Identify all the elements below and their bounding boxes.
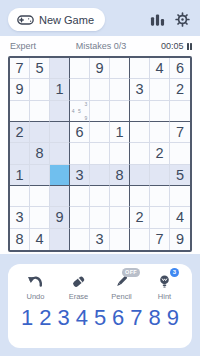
cell-r5c6[interactable] [110,143,130,164]
pause-icon[interactable] [187,43,193,50]
lightbulb-icon: 3 [157,273,172,289]
cell-r1c9[interactable]: 6 [170,58,190,79]
action-bar: Undo Erase [8,273,192,301]
numpad-8[interactable]: 8 [149,305,161,331]
cell-r8c5[interactable] [90,207,110,228]
numpad: 123456789 [8,301,192,331]
numpad-2[interactable]: 2 [39,305,51,331]
cell-r7c6[interactable] [110,186,130,207]
cell-r3c5[interactable] [90,101,110,122]
cell-r8c6[interactable] [110,207,130,228]
cell-r3c1[interactable] [10,101,30,122]
cell-r9c1[interactable]: 8 [10,229,30,250]
cell-r6c6[interactable]: 8 [110,165,130,186]
cell-r1c2[interactable]: 5 [30,58,50,79]
cell-r2c2[interactable] [30,79,50,100]
eraser-icon [71,273,86,289]
cell-r5c8[interactable]: 2 [150,143,170,164]
cell-r4c5[interactable] [90,122,110,143]
pencil-off-badge: OFF [122,268,140,277]
gamepad-icon [17,14,34,26]
cell-r3c4[interactable]: 3459 [70,101,90,122]
cell-r2c5[interactable] [90,79,110,100]
cell-r3c7[interactable] [130,101,150,122]
cell-r5c4[interactable] [70,143,90,164]
cell-r9c9[interactable]: 9 [170,229,190,250]
controls-card: Undo Erase [8,264,192,348]
top-bar: New Game [0,0,200,36]
timer: 00:05 [138,41,192,51]
hint-button[interactable]: 3 Hint [143,273,186,301]
cell-r2c4[interactable] [70,79,90,100]
cell-r7c1[interactable] [10,186,30,207]
cell-r6c3[interactable] [50,165,70,186]
cell-r6c2[interactable] [30,165,50,186]
cell-r6c8[interactable] [150,165,170,186]
cell-r4c1[interactable]: 2 [10,122,30,143]
cell-r3c3[interactable] [50,101,70,122]
cell-r2c7[interactable]: 3 [130,79,150,100]
cell-r1c3[interactable] [50,58,70,79]
numpad-7[interactable]: 7 [130,305,142,331]
numpad-3[interactable]: 3 [57,305,69,331]
cell-r7c8[interactable] [150,186,170,207]
cell-r2c9[interactable]: 2 [170,79,190,100]
numpad-6[interactable]: 6 [112,305,124,331]
new-game-button[interactable]: New Game [8,8,105,31]
cell-r6c1[interactable]: 1 [10,165,30,186]
cell-r9c6[interactable] [110,229,130,250]
cell-r8c4[interactable] [70,207,90,228]
cell-r9c5[interactable]: 3 [90,229,110,250]
cell-r4c9[interactable]: 7 [170,122,190,143]
cell-r8c9[interactable]: 4 [170,207,190,228]
new-game-label: New Game [39,14,94,26]
sudoku-app: New Game [0,0,200,348]
cell-r5c5[interactable] [90,143,110,164]
cell-r9c3[interactable] [50,229,70,250]
numpad-1[interactable]: 1 [21,305,33,331]
cell-r5c7[interactable] [130,143,150,164]
cell-r2c8[interactable] [150,79,170,100]
timer-value: 00:05 [161,41,184,51]
mistakes-counter: Mistakes 0/3 [64,41,139,51]
erase-label: Erase [69,292,89,301]
pencil-label: Pencil [111,292,131,301]
difficulty-label[interactable]: Expert [8,41,64,51]
undo-button[interactable]: Undo [14,273,57,301]
cell-r4c8[interactable] [150,122,170,143]
cell-r7c3[interactable] [50,186,70,207]
board-panel: Expert Mistakes 0/3 00:05 75946913234592… [0,36,200,254]
cell-r4c6[interactable]: 1 [110,122,130,143]
undo-arrow-icon [27,273,44,289]
cell-r1c6[interactable] [110,58,130,79]
sudoku-board: 75946913234592617821385392484379 [8,56,192,252]
cell-r9c8[interactable]: 7 [150,229,170,250]
cell-r3c8[interactable] [150,101,170,122]
cell-r7c9[interactable] [170,186,190,207]
cell-r4c2[interactable] [30,122,50,143]
cell-r1c8[interactable]: 4 [150,58,170,79]
status-bar: Expert Mistakes 0/3 00:05 [0,36,200,56]
cell-r8c7[interactable]: 2 [130,207,150,228]
cell-r6c5[interactable] [90,165,110,186]
cell-r3c2[interactable] [30,101,50,122]
cell-r8c2[interactable] [30,207,50,228]
numpad-4[interactable]: 4 [76,305,88,331]
gear-icon[interactable] [175,12,190,27]
erase-button[interactable]: Erase [57,273,100,301]
numpad-5[interactable]: 5 [94,305,106,331]
cell-r7c2[interactable] [30,186,50,207]
cell-r7c5[interactable] [90,186,110,207]
cell-r5c1[interactable] [10,143,30,164]
cell-r8c1[interactable]: 3 [10,207,30,228]
cell-r8c8[interactable] [150,207,170,228]
cell-r2c1[interactable]: 9 [10,79,30,100]
undo-label: Undo [27,292,45,301]
cell-r3c9[interactable] [170,101,190,122]
cell-r4c4[interactable]: 6 [70,122,90,143]
bar-chart-icon[interactable] [150,13,165,27]
cell-r5c2[interactable]: 8 [30,143,50,164]
cell-r1c7[interactable] [130,58,150,79]
cell-r5c3[interactable] [50,143,70,164]
cell-r9c2[interactable]: 4 [30,229,50,250]
pencil-button[interactable]: OFF Pencil [100,273,143,301]
cell-r7c7[interactable] [130,186,150,207]
cell-r4c3[interactable] [50,122,70,143]
pencil-notes: 3459 [70,101,89,121]
numpad-9[interactable]: 9 [167,305,179,331]
cell-r1c4[interactable] [70,58,90,79]
cell-r9c7[interactable] [130,229,150,250]
pencil-icon: OFF [114,273,129,289]
cell-r1c5[interactable]: 9 [90,58,110,79]
cell-r1c1[interactable]: 7 [10,58,30,79]
cell-r2c6[interactable] [110,79,130,100]
top-icon-group [150,12,190,27]
cell-r2c3[interactable]: 1 [50,79,70,100]
cell-r4c7[interactable] [130,122,150,143]
cell-r9c4[interactable] [70,229,90,250]
hint-count-badge: 3 [170,268,179,277]
cell-r8c3[interactable]: 9 [50,207,70,228]
hint-label: Hint [158,292,171,301]
cell-r5c9[interactable] [170,143,190,164]
cell-r6c4[interactable]: 3 [70,165,90,186]
cell-r6c9[interactable]: 5 [170,165,190,186]
cell-r3c6[interactable] [110,101,130,122]
cell-r7c4[interactable] [70,186,90,207]
cell-r6c7[interactable] [130,165,150,186]
